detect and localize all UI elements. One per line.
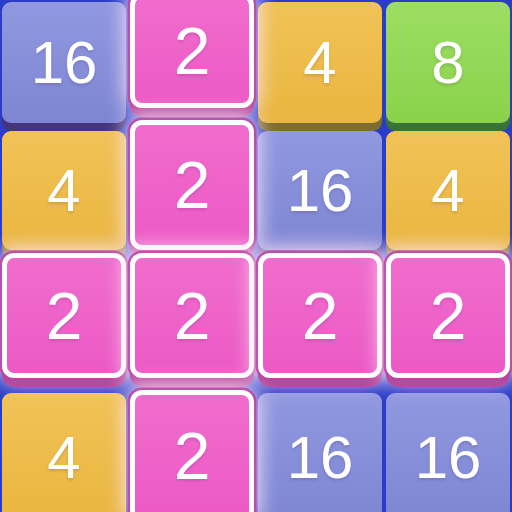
- tile-r2c3[interactable]: 16: [258, 131, 382, 250]
- cell-r4c4: 16: [384, 384, 512, 512]
- game-board: 16 2 4 8 4 2 16 4 2 2 2 2 4 2 16 16: [0, 0, 512, 512]
- tile-r1c3[interactable]: 4: [258, 2, 382, 123]
- cell-r3c1: 2: [0, 256, 128, 384]
- cell-r3c2: 2: [128, 256, 256, 384]
- tile-r4c4[interactable]: 16: [386, 393, 510, 512]
- tile-r3c4[interactable]: 2: [386, 253, 510, 378]
- cell-r2c3: 16: [256, 128, 384, 256]
- tile-r1c4[interactable]: 8: [386, 2, 510, 123]
- tile-r3c3[interactable]: 2: [258, 253, 382, 378]
- cell-r1c4: 8: [384, 0, 512, 128]
- cell-r1c1: 16: [0, 0, 128, 128]
- tile-r2c2[interactable]: 2: [130, 120, 254, 250]
- tile-r1c2[interactable]: 2: [130, 0, 254, 108]
- cell-r1c2: 2: [128, 0, 256, 128]
- tile-r4c2[interactable]: 2: [130, 390, 254, 512]
- cell-r4c2: 2: [128, 384, 256, 512]
- tile-r1c1[interactable]: 16: [2, 2, 126, 123]
- tile-r3c1[interactable]: 2: [2, 253, 126, 378]
- cell-r2c1: 4: [0, 128, 128, 256]
- tile-r4c1[interactable]: 4: [2, 393, 126, 512]
- cell-r3c3: 2: [256, 256, 384, 384]
- cell-r2c2: 2: [128, 128, 256, 256]
- tile-r2c1[interactable]: 4: [2, 131, 126, 250]
- cell-r2c4: 4: [384, 128, 512, 256]
- tile-r2c4[interactable]: 4: [386, 131, 510, 250]
- tile-r4c3[interactable]: 16: [258, 393, 382, 512]
- cell-r4c3: 16: [256, 384, 384, 512]
- cell-r3c4: 2: [384, 256, 512, 384]
- tile-r3c2[interactable]: 2: [130, 253, 254, 378]
- cell-r1c3: 4: [256, 0, 384, 128]
- cell-r4c1: 4: [0, 384, 128, 512]
